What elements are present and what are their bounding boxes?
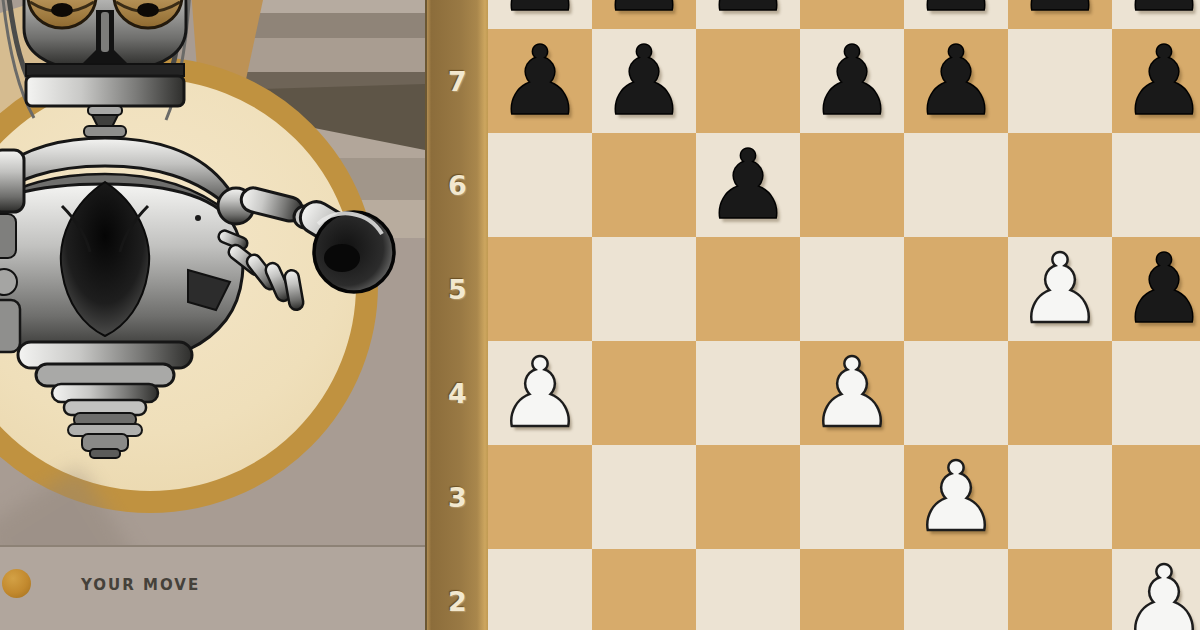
square-f8[interactable]: ♟: [1008, 0, 1112, 29]
square-f4[interactable]: [1008, 341, 1112, 445]
square-a7[interactable]: ♟: [488, 29, 592, 133]
square-c2[interactable]: [696, 549, 800, 630]
square-g6[interactable]: [1112, 133, 1200, 237]
black-pawn-g5[interactable]: ♟: [1112, 237, 1200, 341]
white-pawn-f5[interactable]: ♟: [1008, 237, 1112, 341]
square-b2[interactable]: [592, 549, 696, 630]
square-e6[interactable]: [904, 133, 1008, 237]
square-b6[interactable]: [592, 133, 696, 237]
white-pawn-e3[interactable]: ♟: [904, 445, 1008, 549]
square-c5[interactable]: [696, 237, 800, 341]
square-e2[interactable]: [904, 549, 1008, 630]
square-a2[interactable]: [488, 549, 592, 630]
game-screen: YOUR MOVE 765432 ♟♟♟♟♟♟♟♟♟♟♟♟♟♟♟♟♟♟: [0, 0, 1200, 630]
square-b3[interactable]: [592, 445, 696, 549]
square-a4[interactable]: ♟: [488, 341, 592, 445]
square-d7[interactable]: ♟: [800, 29, 904, 133]
square-d5[interactable]: [800, 237, 904, 341]
rank-label-5: 5: [427, 237, 488, 341]
square-f7[interactable]: [1008, 29, 1112, 133]
square-f3[interactable]: [1008, 445, 1112, 549]
turn-indicator-dot: [2, 569, 31, 598]
square-e5[interactable]: [904, 237, 1008, 341]
black-pawn-g7[interactable]: ♟: [1112, 29, 1200, 133]
square-e3[interactable]: ♟: [904, 445, 1008, 549]
square-e4[interactable]: [904, 341, 1008, 445]
rank-rail: 765432: [425, 0, 488, 630]
square-f2[interactable]: [1008, 549, 1112, 630]
square-c6[interactable]: ♟: [696, 133, 800, 237]
rank-label-3: 3: [427, 445, 488, 549]
square-b5[interactable]: [592, 237, 696, 341]
black-pawn-e7[interactable]: ♟: [904, 29, 1008, 133]
black-piece-cropped-f8[interactable]: ♟: [1008, 0, 1112, 29]
chess-board[interactable]: ♟♟♟♟♟♟♟♟♟♟♟♟♟♟♟♟♟♟: [488, 0, 1200, 630]
black-pawn-c6[interactable]: ♟: [696, 133, 800, 237]
square-d2[interactable]: [800, 549, 904, 630]
square-d4[interactable]: ♟: [800, 341, 904, 445]
status-label: YOUR MOVE: [81, 576, 200, 594]
square-d3[interactable]: [800, 445, 904, 549]
square-g7[interactable]: ♟: [1112, 29, 1200, 133]
rank-label-7: 7: [427, 29, 488, 133]
square-g4[interactable]: [1112, 341, 1200, 445]
square-g3[interactable]: [1112, 445, 1200, 549]
rank-label-6: 6: [427, 133, 488, 237]
square-c7[interactable]: [696, 29, 800, 133]
black-piece-cropped-c8[interactable]: ♟: [696, 0, 800, 29]
black-pawn-d7[interactable]: ♟: [800, 29, 904, 133]
square-c3[interactable]: [696, 445, 800, 549]
square-f6[interactable]: [1008, 133, 1112, 237]
white-pawn-d4[interactable]: ♟: [800, 341, 904, 445]
square-g2[interactable]: ♟: [1112, 549, 1200, 630]
square-b4[interactable]: [592, 341, 696, 445]
square-e7[interactable]: ♟: [904, 29, 1008, 133]
rank-label-4: 4: [427, 341, 488, 445]
white-pawn-g2[interactable]: ♟: [1112, 549, 1200, 630]
opponent-panel: YOUR MOVE: [0, 0, 425, 630]
square-f5[interactable]: ♟: [1008, 237, 1112, 341]
square-c8[interactable]: ♟: [696, 0, 800, 29]
robot-illustration: [0, 0, 425, 630]
square-d6[interactable]: [800, 133, 904, 237]
square-g5[interactable]: ♟: [1112, 237, 1200, 341]
square-a3[interactable]: [488, 445, 592, 549]
square-b7[interactable]: ♟: [592, 29, 696, 133]
black-pawn-b7[interactable]: ♟: [592, 29, 696, 133]
square-a6[interactable]: [488, 133, 592, 237]
square-c4[interactable]: [696, 341, 800, 445]
status-bar: YOUR MOVE: [0, 545, 425, 630]
white-pawn-a4[interactable]: ♟: [488, 341, 592, 445]
rank-label-2: 2: [427, 549, 488, 630]
black-pawn-a7[interactable]: ♟: [488, 29, 592, 133]
square-a5[interactable]: [488, 237, 592, 341]
